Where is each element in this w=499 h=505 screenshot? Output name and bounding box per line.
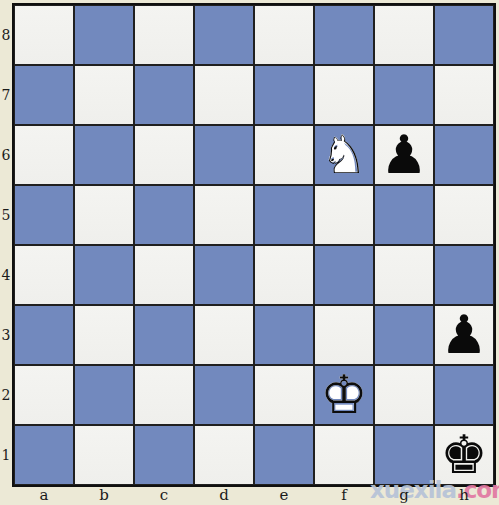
rank-label-6: 6 (0, 125, 12, 185)
white-knight: ♞♘ (314, 125, 374, 185)
square-a2 (14, 365, 74, 425)
square-d7 (194, 65, 254, 125)
square-h3: ♟ (434, 305, 494, 365)
file-label-a: a (14, 485, 74, 505)
square-a8 (14, 5, 74, 65)
square-a1 (14, 425, 74, 485)
square-b7 (74, 65, 134, 125)
square-b5 (74, 185, 134, 245)
square-g2 (374, 365, 434, 425)
square-c8 (134, 5, 194, 65)
square-c5 (134, 185, 194, 245)
square-f2: ♚♔ (314, 365, 374, 425)
square-h2 (434, 365, 494, 425)
square-g5 (374, 185, 434, 245)
chess-board: ♞♘♟♟♚♔♚ (14, 5, 494, 485)
board-frame: ♞♘♟♟♚♔♚ (12, 3, 496, 487)
square-f4 (314, 245, 374, 305)
square-h5 (434, 185, 494, 245)
square-b1 (74, 425, 134, 485)
square-b2 (74, 365, 134, 425)
square-a5 (14, 185, 74, 245)
square-b6 (74, 125, 134, 185)
rank-label-7: 7 (0, 65, 12, 125)
square-g1 (374, 425, 434, 485)
square-f7 (314, 65, 374, 125)
file-label-b: b (74, 485, 134, 505)
file-label-f: f (314, 485, 374, 505)
square-f6: ♞♘ (314, 125, 374, 185)
square-d8 (194, 5, 254, 65)
square-h6 (434, 125, 494, 185)
square-g7 (374, 65, 434, 125)
square-d4 (194, 245, 254, 305)
square-a4 (14, 245, 74, 305)
square-e1 (254, 425, 314, 485)
square-h8 (434, 5, 494, 65)
square-a3 (14, 305, 74, 365)
rank-label-4: 4 (0, 245, 12, 305)
square-d3 (194, 305, 254, 365)
file-labels: abcdefgh (14, 485, 494, 505)
square-c4 (134, 245, 194, 305)
rank-labels: 87654321 (0, 5, 12, 485)
square-e8 (254, 5, 314, 65)
file-label-c: c (134, 485, 194, 505)
black-king: ♚ (434, 425, 494, 485)
rank-label-5: 5 (0, 185, 12, 245)
square-c2 (134, 365, 194, 425)
square-b8 (74, 5, 134, 65)
square-e7 (254, 65, 314, 125)
square-g8 (374, 5, 434, 65)
black-pawn: ♟ (374, 125, 434, 185)
square-h1: ♚ (434, 425, 494, 485)
square-a6 (14, 125, 74, 185)
rank-label-3: 3 (0, 305, 12, 365)
square-b4 (74, 245, 134, 305)
rank-label-1: 1 (0, 425, 12, 485)
rank-label-2: 2 (0, 365, 12, 425)
square-g3 (374, 305, 434, 365)
square-c1 (134, 425, 194, 485)
chess-diagram: 87654321 ♞♘♟♟♚♔♚ abcdefgh xuexila.com (0, 0, 499, 505)
square-e5 (254, 185, 314, 245)
file-label-g: g (374, 485, 434, 505)
square-e2 (254, 365, 314, 425)
square-f3 (314, 305, 374, 365)
square-c6 (134, 125, 194, 185)
file-label-d: d (194, 485, 254, 505)
square-e6 (254, 125, 314, 185)
square-f5 (314, 185, 374, 245)
square-e3 (254, 305, 314, 365)
rank-label-8: 8 (0, 5, 12, 65)
square-a7 (14, 65, 74, 125)
square-d2 (194, 365, 254, 425)
file-label-e: e (254, 485, 314, 505)
square-e4 (254, 245, 314, 305)
square-c3 (134, 305, 194, 365)
square-h4 (434, 245, 494, 305)
square-c7 (134, 65, 194, 125)
square-f8 (314, 5, 374, 65)
square-g6: ♟ (374, 125, 434, 185)
square-h7 (434, 65, 494, 125)
square-d5 (194, 185, 254, 245)
file-label-h: h (434, 485, 494, 505)
black-pawn: ♟ (434, 305, 494, 365)
square-d1 (194, 425, 254, 485)
square-b3 (74, 305, 134, 365)
square-g4 (374, 245, 434, 305)
square-f1 (314, 425, 374, 485)
white-king: ♚♔ (314, 365, 374, 425)
square-d6 (194, 125, 254, 185)
